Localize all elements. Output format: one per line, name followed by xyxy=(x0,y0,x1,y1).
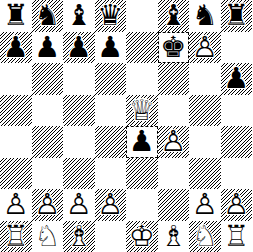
square-h5[interactable] xyxy=(221,95,253,127)
square-f4[interactable]: ♟♙ xyxy=(158,126,190,158)
square-g2[interactable]: ♟♙ xyxy=(189,189,221,221)
black-rook-a8[interactable]: ♜ xyxy=(0,0,32,32)
square-a3[interactable] xyxy=(0,158,32,190)
square-e6[interactable] xyxy=(126,63,158,95)
black-knight-g8[interactable]: ♞ xyxy=(189,0,221,32)
white-pawn-g7[interactable]: ♙ xyxy=(189,32,221,64)
square-a1[interactable]: ♜♖ xyxy=(0,221,32,252)
square-c1[interactable]: ♝♗ xyxy=(63,221,95,252)
white-bishop-f1[interactable]: ♗ xyxy=(158,221,190,252)
square-f1[interactable]: ♝♗ xyxy=(158,221,190,252)
square-h2[interactable]: ♟♙ xyxy=(221,189,253,221)
square-a4[interactable] xyxy=(0,126,32,158)
black-pawn-b7[interactable]: ♟ xyxy=(32,32,64,64)
square-d5[interactable] xyxy=(95,95,127,127)
square-a6[interactable] xyxy=(0,63,32,95)
square-c4[interactable] xyxy=(63,126,95,158)
square-g7[interactable]: ♟♙ xyxy=(189,32,221,64)
square-e2[interactable] xyxy=(126,189,158,221)
black-pawn-a7[interactable]: ♟ xyxy=(0,32,32,64)
square-b2[interactable]: ♟♙ xyxy=(32,189,64,221)
white-queen-e5[interactable]: ♕ xyxy=(126,95,158,127)
square-h7[interactable] xyxy=(221,32,253,64)
black-knight-b8[interactable]: ♞ xyxy=(32,0,64,32)
black-pawn-h6[interactable]: ♟ xyxy=(221,63,253,95)
square-e5[interactable]: ♛♕ xyxy=(126,95,158,127)
white-bishop-c1[interactable]: ♗ xyxy=(63,221,95,252)
black-pawn-d7[interactable]: ♟ xyxy=(95,32,127,64)
square-b5[interactable] xyxy=(32,95,64,127)
square-h4[interactable] xyxy=(221,126,253,158)
square-d7[interactable]: ♟ xyxy=(95,32,127,64)
chess-board: ♜♞♝♛♝♞♜♟♟♟♟♚♟♙♟♛♕♟♟♙♟♙♟♙♟♙♟♙♟♙♟♙♜♖♞♘♝♗♚♔… xyxy=(0,0,252,252)
square-f3[interactable] xyxy=(158,158,190,190)
square-d6[interactable] xyxy=(95,63,127,95)
square-e3[interactable] xyxy=(126,158,158,190)
square-h6[interactable]: ♟ xyxy=(221,63,253,95)
square-a7[interactable]: ♟ xyxy=(0,32,32,64)
square-h3[interactable] xyxy=(221,158,253,190)
square-e4[interactable]: ♟ xyxy=(126,126,158,158)
square-e7[interactable] xyxy=(126,32,158,64)
black-king-f7[interactable]: ♚ xyxy=(158,32,190,64)
square-a8[interactable]: ♜ xyxy=(0,0,32,32)
square-g6[interactable] xyxy=(189,63,221,95)
white-knight-b1[interactable]: ♘ xyxy=(32,221,64,252)
white-pawn-f4[interactable]: ♙ xyxy=(158,126,190,158)
black-bishop-c8[interactable]: ♝ xyxy=(63,0,95,32)
square-g3[interactable] xyxy=(189,158,221,190)
square-g4[interactable] xyxy=(189,126,221,158)
white-pawn-a2[interactable]: ♙ xyxy=(0,189,32,221)
square-b3[interactable] xyxy=(32,158,64,190)
square-c8[interactable]: ♝ xyxy=(63,0,95,32)
square-d4[interactable] xyxy=(95,126,127,158)
square-g5[interactable] xyxy=(189,95,221,127)
white-rook-h1[interactable]: ♖ xyxy=(221,221,253,252)
black-pawn-e4[interactable]: ♟ xyxy=(126,126,158,158)
square-c5[interactable] xyxy=(63,95,95,127)
white-pawn-h2[interactable]: ♙ xyxy=(221,189,253,221)
white-pawn-c2[interactable]: ♙ xyxy=(63,189,95,221)
square-f8[interactable]: ♝ xyxy=(158,0,190,32)
white-pawn-d2[interactable]: ♙ xyxy=(95,189,127,221)
white-pawn-b2[interactable]: ♙ xyxy=(32,189,64,221)
white-king-e1[interactable]: ♔ xyxy=(126,221,158,252)
square-h1[interactable]: ♜♖ xyxy=(221,221,253,252)
square-b4[interactable] xyxy=(32,126,64,158)
square-b6[interactable] xyxy=(32,63,64,95)
square-c2[interactable]: ♟♙ xyxy=(63,189,95,221)
square-g8[interactable]: ♞ xyxy=(189,0,221,32)
square-c6[interactable] xyxy=(63,63,95,95)
square-b7[interactable]: ♟ xyxy=(32,32,64,64)
square-b1[interactable]: ♞♘ xyxy=(32,221,64,252)
square-a2[interactable]: ♟♙ xyxy=(0,189,32,221)
square-b8[interactable]: ♞ xyxy=(32,0,64,32)
square-d1[interactable] xyxy=(95,221,127,252)
square-d2[interactable]: ♟♙ xyxy=(95,189,127,221)
square-d8[interactable]: ♛ xyxy=(95,0,127,32)
square-c7[interactable]: ♟ xyxy=(63,32,95,64)
white-knight-g1[interactable]: ♘ xyxy=(189,221,221,252)
square-d3[interactable] xyxy=(95,158,127,190)
black-pawn-c7[interactable]: ♟ xyxy=(63,32,95,64)
black-rook-h8[interactable]: ♜ xyxy=(221,0,253,32)
square-c3[interactable] xyxy=(63,158,95,190)
square-f6[interactable] xyxy=(158,63,190,95)
square-e8[interactable] xyxy=(126,0,158,32)
white-pawn-g2[interactable]: ♙ xyxy=(189,189,221,221)
square-e1[interactable]: ♚♔ xyxy=(126,221,158,252)
white-rook-a1[interactable]: ♖ xyxy=(0,221,32,252)
square-f2[interactable] xyxy=(158,189,190,221)
square-g1[interactable]: ♞♘ xyxy=(189,221,221,252)
square-h8[interactable]: ♜ xyxy=(221,0,253,32)
square-a5[interactable] xyxy=(0,95,32,127)
square-f7[interactable]: ♚ xyxy=(158,32,190,64)
black-bishop-f8[interactable]: ♝ xyxy=(158,0,190,32)
square-f5[interactable] xyxy=(158,95,190,127)
black-queen-d8[interactable]: ♛ xyxy=(95,0,127,32)
